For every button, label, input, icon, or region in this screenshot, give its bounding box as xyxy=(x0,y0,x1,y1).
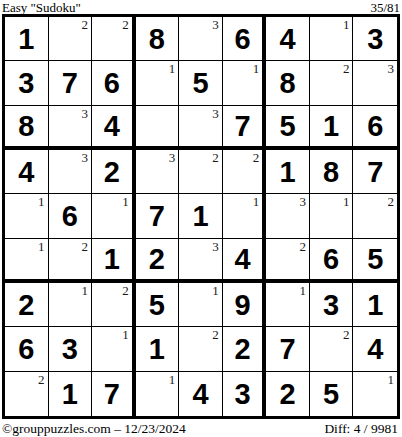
pencil-mark: 1 xyxy=(38,240,45,253)
given-digit: 6 xyxy=(323,244,339,274)
given-digit: 2 xyxy=(104,157,120,187)
given-digit: 8 xyxy=(280,68,296,98)
given-digit: 1 xyxy=(18,24,34,54)
cell-r6c1[interactable]: 1 xyxy=(5,239,49,283)
cell-r1c7[interactable]: 4 xyxy=(266,17,310,61)
cell-r8c5[interactable]: 2 xyxy=(179,327,223,371)
cell-r8c4[interactable]: 1 xyxy=(136,327,180,371)
pencil-mark: 2 xyxy=(343,328,350,341)
pencil-mark: 2 xyxy=(212,151,219,164)
pencil-mark: 2 xyxy=(299,240,306,253)
given-digit: 3 xyxy=(234,379,250,409)
cell-r7c4[interactable]: 5 xyxy=(136,283,180,327)
puzzle-title: Easy "Sudoku" xyxy=(2,1,81,14)
given-digit: 7 xyxy=(367,157,383,187)
cell-r6c3[interactable]: 1 xyxy=(92,239,136,283)
cell-counter: 35/81 xyxy=(370,1,400,14)
pencil-mark: 1 xyxy=(169,62,176,75)
cell-r6c2[interactable]: 2 xyxy=(49,239,93,283)
cell-r2c3[interactable]: 6 xyxy=(92,61,136,105)
pencil-mark: 2 xyxy=(38,373,45,386)
pencil-mark: 2 xyxy=(122,18,129,31)
cell-r2c7[interactable]: 8 xyxy=(266,61,310,105)
cell-r3c6[interactable]: 7 xyxy=(223,106,267,150)
cell-r9c6[interactable]: 3 xyxy=(223,372,267,416)
cell-r2c6[interactable]: 1 xyxy=(223,61,267,105)
copyright-date: ©grouppuzzles.com – 12/23/2024 xyxy=(2,422,186,436)
pencil-mark: 3 xyxy=(82,151,89,164)
cell-r5c4[interactable]: 7 xyxy=(136,194,180,238)
pencil-mark: 1 xyxy=(388,373,395,386)
cell-r5c7[interactable]: 3 xyxy=(266,194,310,238)
cell-r3c8[interactable]: 1 xyxy=(310,106,354,150)
cell-r8c8[interactable]: 2 xyxy=(310,327,354,371)
pencil-mark: 2 xyxy=(82,240,89,253)
given-digit: 6 xyxy=(62,201,78,231)
cell-r7c9[interactable]: 1 xyxy=(353,283,397,327)
cell-r7c5[interactable]: 1 xyxy=(179,283,223,327)
cell-r6c6[interactable]: 4 xyxy=(223,239,267,283)
pencil-mark: 2 xyxy=(122,284,129,297)
cell-r7c7[interactable]: 1 xyxy=(266,283,310,327)
cell-r2c5[interactable]: 5 xyxy=(179,61,223,105)
cell-r7c6[interactable]: 9 xyxy=(223,283,267,327)
given-digit: 5 xyxy=(323,379,339,409)
given-digit: 7 xyxy=(62,68,78,98)
cell-r1c4[interactable]: 8 xyxy=(136,17,180,61)
pencil-mark: 1 xyxy=(253,62,260,75)
given-digit: 3 xyxy=(18,68,34,98)
cell-r1c8[interactable]: 1 xyxy=(310,17,354,61)
given-digit: 8 xyxy=(149,24,165,54)
cell-r1c1[interactable]: 1 xyxy=(5,17,49,61)
given-digit: 3 xyxy=(62,334,78,364)
cell-r9c3[interactable]: 7 xyxy=(92,372,136,416)
cell-r7c2[interactable]: 1 xyxy=(49,283,93,327)
given-digit: 2 xyxy=(149,244,165,274)
pencil-mark: 3 xyxy=(388,62,395,75)
given-digit: 6 xyxy=(104,68,120,98)
cell-r1c3[interactable]: 2 xyxy=(92,17,136,61)
pencil-mark: 1 xyxy=(169,373,176,386)
given-digit: 7 xyxy=(149,201,165,231)
cell-r8c1[interactable]: 6 xyxy=(5,327,49,371)
cell-r4c6[interactable]: 2 xyxy=(223,150,267,194)
footer: ©grouppuzzles.com – 12/23/2024 Diff: 4 /… xyxy=(0,419,402,436)
cell-r9c2[interactable]: 1 xyxy=(49,372,93,416)
cell-r7c1[interactable]: 2 xyxy=(5,283,49,327)
header: Easy "Sudoku" 35/81 xyxy=(0,0,402,14)
given-digit: 4 xyxy=(192,379,208,409)
cell-r6c9[interactable]: 5 xyxy=(353,239,397,283)
given-digit: 2 xyxy=(280,379,296,409)
given-digit: 8 xyxy=(323,157,339,187)
given-digit: 1 xyxy=(104,244,120,274)
given-digit: 2 xyxy=(234,334,250,364)
cell-r8c6[interactable]: 2 xyxy=(223,327,267,371)
cell-r5c6[interactable]: 1 xyxy=(223,194,267,238)
pencil-mark: 1 xyxy=(38,195,45,208)
cell-r3c7[interactable]: 5 xyxy=(266,106,310,150)
cell-r1c6[interactable]: 6 xyxy=(223,17,267,61)
cell-r3c1[interactable]: 8 xyxy=(5,106,49,150)
cell-r5c1[interactable]: 1 xyxy=(5,194,49,238)
given-digit: 1 xyxy=(323,111,339,141)
cell-r3c5[interactable]: 3 xyxy=(179,106,223,150)
cell-r5c2[interactable]: 6 xyxy=(49,194,93,238)
sudoku-page: Easy "Sudoku" 35/81 12283641337615182383… xyxy=(0,0,402,437)
cell-r1c9[interactable]: 3 xyxy=(353,17,397,61)
pencil-mark: 3 xyxy=(212,107,219,120)
cell-r4c7[interactable]: 1 xyxy=(266,150,310,194)
pencil-mark: 1 xyxy=(212,284,219,297)
cell-r9c1[interactable]: 2 xyxy=(5,372,49,416)
given-digit: 9 xyxy=(234,290,250,320)
cell-r9c7[interactable]: 2 xyxy=(266,372,310,416)
given-digit: 1 xyxy=(192,201,208,231)
given-digit: 5 xyxy=(367,244,383,274)
cell-r3c9[interactable]: 6 xyxy=(353,106,397,150)
cell-r8c9[interactable]: 4 xyxy=(353,327,397,371)
cell-r3c4[interactable] xyxy=(136,106,180,150)
cell-r4c5[interactable]: 2 xyxy=(179,150,223,194)
pencil-mark: 1 xyxy=(343,18,350,31)
cell-r1c2[interactable]: 2 xyxy=(49,17,93,61)
cell-r2c8[interactable]: 2 xyxy=(310,61,354,105)
pencil-mark: 2 xyxy=(82,18,89,31)
pencil-mark: 2 xyxy=(343,62,350,75)
sudoku-board: 1228364133761518238343751643232218716171… xyxy=(2,14,400,419)
given-digit: 5 xyxy=(192,68,208,98)
cell-r9c4[interactable]: 1 xyxy=(136,372,180,416)
given-digit: 7 xyxy=(104,379,120,409)
given-digit: 1 xyxy=(149,334,165,364)
given-digit: 4 xyxy=(234,244,250,274)
cell-r5c3[interactable]: 1 xyxy=(92,194,136,238)
cell-r4c9[interactable]: 7 xyxy=(353,150,397,194)
cell-r5c5[interactable]: 1 xyxy=(179,194,223,238)
given-digit: 1 xyxy=(280,157,296,187)
given-digit: 6 xyxy=(367,111,383,141)
pencil-mark: 2 xyxy=(212,328,219,341)
given-digit: 1 xyxy=(62,379,78,409)
given-digit: 4 xyxy=(18,157,34,187)
difficulty-label: Diff: 4 / 9981 xyxy=(324,422,398,436)
given-digit: 4 xyxy=(280,24,296,54)
given-digit: 1 xyxy=(367,290,383,320)
given-digit: 6 xyxy=(234,24,250,54)
pencil-mark: 1 xyxy=(82,284,89,297)
given-digit: 8 xyxy=(18,111,34,141)
cell-r9c8[interactable]: 5 xyxy=(310,372,354,416)
cell-r4c8[interactable]: 8 xyxy=(310,150,354,194)
cell-r2c4[interactable]: 1 xyxy=(136,61,180,105)
cell-r6c8[interactable]: 6 xyxy=(310,239,354,283)
given-digit: 7 xyxy=(280,334,296,364)
cell-r3c3[interactable]: 4 xyxy=(92,106,136,150)
given-digit: 5 xyxy=(280,111,296,141)
cell-r6c5[interactable]: 3 xyxy=(179,239,223,283)
cell-r1c5[interactable]: 3 xyxy=(179,17,223,61)
cell-r7c3[interactable]: 2 xyxy=(92,283,136,327)
cell-r4c3[interactable]: 2 xyxy=(92,150,136,194)
pencil-mark: 1 xyxy=(122,328,129,341)
cell-r8c2[interactable]: 3 xyxy=(49,327,93,371)
cell-r6c4[interactable]: 2 xyxy=(136,239,180,283)
pencil-mark: 3 xyxy=(212,240,219,253)
pencil-mark: 3 xyxy=(169,151,176,164)
given-digit: 7 xyxy=(234,111,250,141)
cell-r2c9[interactable]: 3 xyxy=(353,61,397,105)
pencil-mark: 3 xyxy=(82,107,89,120)
cell-r4c1[interactable]: 4 xyxy=(5,150,49,194)
cell-r5c9[interactable]: 2 xyxy=(353,194,397,238)
pencil-mark: 1 xyxy=(299,284,306,297)
given-digit: 3 xyxy=(367,24,383,54)
given-digit: 4 xyxy=(367,334,383,364)
cell-r4c2[interactable]: 3 xyxy=(49,150,93,194)
pencil-mark: 3 xyxy=(212,18,219,31)
pencil-mark: 1 xyxy=(253,195,260,208)
cell-r2c2[interactable]: 7 xyxy=(49,61,93,105)
cell-r8c7[interactable]: 7 xyxy=(266,327,310,371)
cell-r6c7[interactable]: 2 xyxy=(266,239,310,283)
cell-r4c4[interactable]: 3 xyxy=(136,150,180,194)
pencil-mark: 2 xyxy=(253,151,260,164)
given-digit: 3 xyxy=(323,290,339,320)
given-digit: 5 xyxy=(149,290,165,320)
cell-r2c1[interactable]: 3 xyxy=(5,61,49,105)
given-digit: 2 xyxy=(18,290,34,320)
cell-r7c8[interactable]: 3 xyxy=(310,283,354,327)
cell-r5c8[interactable]: 1 xyxy=(310,194,354,238)
pencil-mark: 1 xyxy=(343,195,350,208)
pencil-mark: 3 xyxy=(299,195,306,208)
given-digit: 6 xyxy=(18,334,34,364)
cell-r3c2[interactable]: 3 xyxy=(49,106,93,150)
pencil-mark: 1 xyxy=(122,195,129,208)
cell-r9c9[interactable]: 1 xyxy=(353,372,397,416)
given-digit: 4 xyxy=(104,111,120,141)
pencil-mark: 2 xyxy=(388,195,395,208)
cell-r8c3[interactable]: 1 xyxy=(92,327,136,371)
cell-r9c5[interactable]: 4 xyxy=(179,372,223,416)
